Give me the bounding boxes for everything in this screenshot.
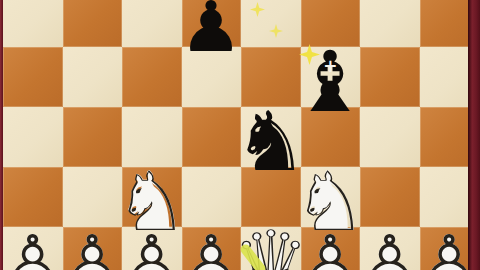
black-bishop[interactable]: ♝+	[301, 47, 361, 107]
white-pawn[interactable]: ♟♙	[122, 227, 182, 270]
bishop-cross-mark: +	[323, 57, 337, 74]
black-knight[interactable]: ♞	[241, 107, 301, 167]
white-pawn[interactable]: ♟♙	[3, 227, 63, 270]
square-a5[interactable]	[3, 47, 63, 107]
square-a4[interactable]	[3, 107, 63, 167]
white-pawn[interactable]: ♟♙	[63, 227, 123, 270]
white-pawn-glyph-outline: ♙	[180, 226, 243, 270]
white-pawn-glyph-outline: ♙	[120, 226, 183, 270]
square-g3[interactable]	[360, 167, 420, 227]
white-queen[interactable]: ♛♕	[241, 227, 301, 270]
square-g4[interactable]	[360, 107, 420, 167]
square-b5[interactable]	[63, 47, 123, 107]
white-pawn-glyph-outline: ♙	[1, 226, 64, 270]
square-b6[interactable]	[63, 0, 123, 47]
white-pawn-glyph-outline: ♙	[61, 226, 124, 270]
white-pawn[interactable]: ♟♙	[182, 227, 242, 270]
video-frame: ♟♝+♞♞♘♞♘♛♕♟♙♟♙♟♙♟♙♟♙♟♙♟♙	[0, 0, 480, 270]
square-c5[interactable]	[122, 47, 182, 107]
square-e6[interactable]	[241, 0, 301, 47]
white-knight[interactable]: ♞♘	[301, 167, 361, 227]
square-d4[interactable]	[182, 107, 242, 167]
square-g6[interactable]	[360, 0, 420, 47]
chess-board: ♟♝+♞♞♘♞♘♛♕♟♙♟♙♟♙♟♙♟♙♟♙♟♙	[0, 0, 480, 270]
square-a3[interactable]	[3, 167, 63, 227]
white-pawn[interactable]: ♟♙	[360, 227, 420, 270]
white-knight[interactable]: ♞♘	[122, 167, 182, 227]
board-frame-left	[0, 0, 3, 270]
black-pawn[interactable]: ♟	[182, 0, 242, 53]
white-pawn[interactable]: ♟♙	[301, 227, 361, 270]
square-b4[interactable]	[63, 107, 123, 167]
square-g5[interactable]	[360, 47, 420, 107]
white-pawn-glyph-outline: ♙	[299, 226, 362, 270]
square-a6[interactable]	[3, 0, 63, 47]
square-b3[interactable]	[63, 167, 123, 227]
board-frame-right	[468, 0, 480, 270]
square-c6[interactable]	[122, 0, 182, 47]
white-pawn-glyph-outline: ♙	[358, 226, 421, 270]
black-pawn-glyph: ♟	[180, 0, 243, 62]
white-queen-glyph-outline: ♕	[232, 219, 309, 270]
